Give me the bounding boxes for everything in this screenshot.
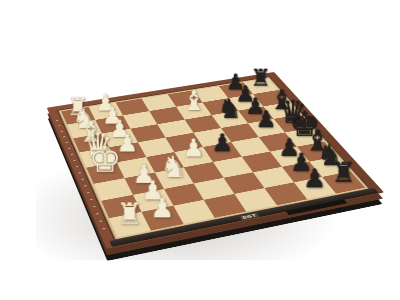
dgt-logo: DGT [239,212,260,220]
knight-icon: ♞ [217,96,241,123]
pawn-icon: ♟ [303,166,326,192]
pieces-layer: ♜♞♝♛♚♜♞♝♟♟♟♟♟♟♟♟♜♝♛♚♝♞♜♞♟♟♟♟♟♟♟♟ [61,78,365,237]
rook-icon: ♜ [116,199,143,229]
photo-stage: ♜♞♝♛♚♜♞♝♟♟♟♟♟♟♟♟♜♝♛♚♝♞♜♞♟♟♟♟♟♟♟♟ DGT [0,0,400,300]
rook-icon: ♜ [331,159,356,187]
pawn-icon: ♟ [211,131,233,155]
pawn-icon: ♟ [150,195,174,222]
king-icon: ♚ [88,141,121,178]
bishop-icon: ♝ [181,87,205,114]
pawn-icon: ♟ [256,108,277,131]
